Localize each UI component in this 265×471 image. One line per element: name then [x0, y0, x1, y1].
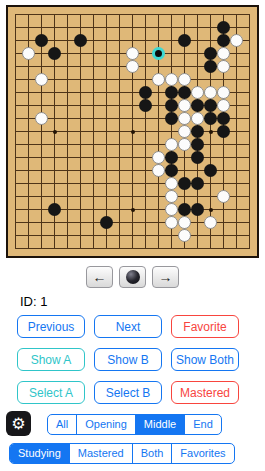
black-stone — [204, 99, 217, 112]
white-stone — [165, 73, 178, 86]
black-stone — [139, 99, 152, 112]
mastered-button[interactable]: Mastered — [171, 381, 239, 404]
app-screen: ← → ID: 1 PreviousNextFavoriteShow AShow… — [0, 0, 265, 471]
study-filter: StudyingMasteredBothFavorites — [9, 443, 235, 464]
black-stone — [217, 125, 230, 138]
white-stone — [191, 86, 204, 99]
segment-studying[interactable]: Studying — [10, 444, 69, 463]
white-stone — [165, 203, 178, 216]
show-b-button[interactable]: Show B — [94, 348, 162, 371]
black-stone-icon — [126, 270, 140, 284]
black-stone — [165, 112, 178, 125]
white-stone — [152, 151, 165, 164]
black-stone — [48, 47, 61, 60]
next-button[interactable]: Next — [94, 315, 162, 338]
show-a-button[interactable]: Show A — [17, 348, 85, 371]
black-stone — [191, 177, 204, 190]
black-stone — [74, 34, 87, 47]
star-point — [131, 130, 135, 134]
white-stone — [152, 73, 165, 86]
go-board[interactable] — [6, 5, 259, 258]
star-point — [209, 208, 213, 212]
segment-middle[interactable]: Middle — [135, 415, 184, 434]
phase-filter: AllOpeningMiddleEnd — [47, 414, 222, 435]
white-stone — [126, 47, 139, 60]
next-move-button[interactable]: → — [152, 266, 179, 288]
favorite-button[interactable]: Favorite — [171, 315, 239, 338]
select-b-button[interactable]: Select B — [94, 381, 162, 404]
star-point — [131, 208, 135, 212]
white-stone — [204, 86, 217, 99]
black-stone — [100, 216, 113, 229]
segment-opening[interactable]: Opening — [76, 415, 135, 434]
black-stone — [217, 21, 230, 34]
previous-move-button[interactable]: ← — [86, 266, 113, 288]
white-stone — [165, 190, 178, 203]
black-stone — [178, 34, 191, 47]
black-stone — [178, 177, 191, 190]
segment-all[interactable]: All — [48, 415, 76, 434]
white-stone — [165, 177, 178, 190]
problem-id-label: ID: 1 — [20, 294, 47, 309]
white-stone — [35, 112, 48, 125]
segment-favorites[interactable]: Favorites — [171, 444, 233, 463]
white-stone — [217, 190, 230, 203]
segment-mastered[interactable]: Mastered — [69, 444, 132, 463]
board-grid[interactable] — [15, 14, 250, 249]
white-stone — [35, 73, 48, 86]
black-stone — [204, 112, 217, 125]
black-stone — [217, 34, 230, 47]
select-a-button[interactable]: Select A — [17, 381, 85, 404]
star-point — [209, 130, 213, 134]
white-stone — [217, 99, 230, 112]
black-stone — [191, 138, 204, 151]
black-stone — [191, 99, 204, 112]
black-stone — [139, 86, 152, 99]
white-stone — [22, 47, 35, 60]
black-stone — [152, 47, 165, 60]
white-stone — [178, 229, 191, 242]
black-stone — [191, 151, 204, 164]
action-buttons: PreviousNextFavoriteShow AShow BShow Bot… — [17, 315, 239, 404]
white-stone — [178, 125, 191, 138]
white-stone — [217, 47, 230, 60]
black-stone — [165, 151, 178, 164]
white-stone — [178, 216, 191, 229]
black-stone — [178, 203, 191, 216]
white-stone — [217, 86, 230, 99]
gear-icon: ⚙ — [11, 415, 25, 432]
black-stone — [35, 34, 48, 47]
current-stone-button[interactable] — [119, 266, 146, 288]
white-stone — [178, 73, 191, 86]
white-stone — [165, 138, 178, 151]
move-nav: ← → — [0, 266, 265, 288]
black-stone — [204, 47, 217, 60]
show-both-button[interactable]: Show Both — [171, 348, 239, 371]
black-stone — [204, 164, 217, 177]
star-point — [53, 130, 57, 134]
white-stone — [178, 138, 191, 151]
segment-end[interactable]: End — [184, 415, 221, 434]
black-stone — [165, 99, 178, 112]
black-stone — [191, 203, 204, 216]
segment-both[interactable]: Both — [132, 444, 172, 463]
black-stone — [204, 60, 217, 73]
white-stone — [126, 60, 139, 73]
white-stone — [178, 99, 191, 112]
white-stone — [178, 112, 191, 125]
white-stone — [230, 34, 243, 47]
white-stone — [165, 216, 178, 229]
black-stone — [217, 112, 230, 125]
white-stone — [152, 164, 165, 177]
black-stone — [191, 125, 204, 138]
black-stone — [178, 86, 191, 99]
white-stone — [191, 112, 204, 125]
white-stone — [217, 60, 230, 73]
black-stone — [165, 86, 178, 99]
white-stone — [204, 216, 217, 229]
black-stone — [165, 164, 178, 177]
settings-button[interactable]: ⚙ — [6, 411, 31, 436]
previous-button[interactable]: Previous — [17, 315, 85, 338]
black-stone — [48, 203, 61, 216]
